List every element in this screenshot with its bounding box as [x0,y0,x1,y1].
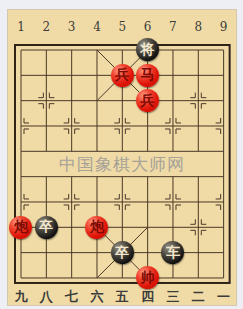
piece-red-马[interactable]: 马 [136,64,159,87]
piece-black-卒[interactable]: 卒 [35,216,58,239]
file-label-bottom: 九 [8,290,33,304]
file-label-top: 8 [186,20,211,34]
file-label-bottom: 一 [211,290,236,304]
xiangqi-board[interactable]: 将兵马兵炮卒炮卒车帅 [8,37,236,290]
piece-red-帅[interactable]: 帅 [136,266,159,289]
piece-red-炮[interactable]: 炮 [9,216,32,239]
file-label-bottom: 三 [160,290,185,304]
file-label-bottom: 四 [135,290,160,304]
file-label-bottom: 二 [186,290,211,304]
file-label-top: 3 [59,20,84,34]
file-label-top: 2 [34,20,59,34]
file-label-bottom: 七 [59,290,84,304]
file-label-top: 5 [110,20,135,34]
bottom-file-labels: 九八七六五四三二一 [8,290,236,304]
file-label-bottom: 六 [84,290,109,304]
file-label-top: 7 [160,20,185,34]
piece-black-将[interactable]: 将 [136,38,159,61]
file-label-top: 6 [135,20,160,34]
file-label-bottom: 五 [110,290,135,304]
piece-black-车[interactable]: 车 [161,241,184,264]
piece-red-兵[interactable]: 兵 [136,89,159,112]
top-file-labels: 123456789 [8,20,236,34]
file-label-top: 4 [84,20,109,34]
screenshot-stage: 中国象棋大师网 123456789 九八七六五四三二一 将兵马兵炮卒炮卒车帅 [0,0,243,309]
file-label-bottom: 八 [34,290,59,304]
file-label-top: 1 [8,20,33,34]
piece-red-兵[interactable]: 兵 [111,64,134,87]
piece-black-卒[interactable]: 卒 [111,241,134,264]
file-label-top: 9 [211,20,236,34]
board-panel: 中国象棋大师网 123456789 九八七六五四三二一 将兵马兵炮卒炮卒车帅 [7,9,237,306]
piece-red-炮[interactable]: 炮 [85,216,108,239]
